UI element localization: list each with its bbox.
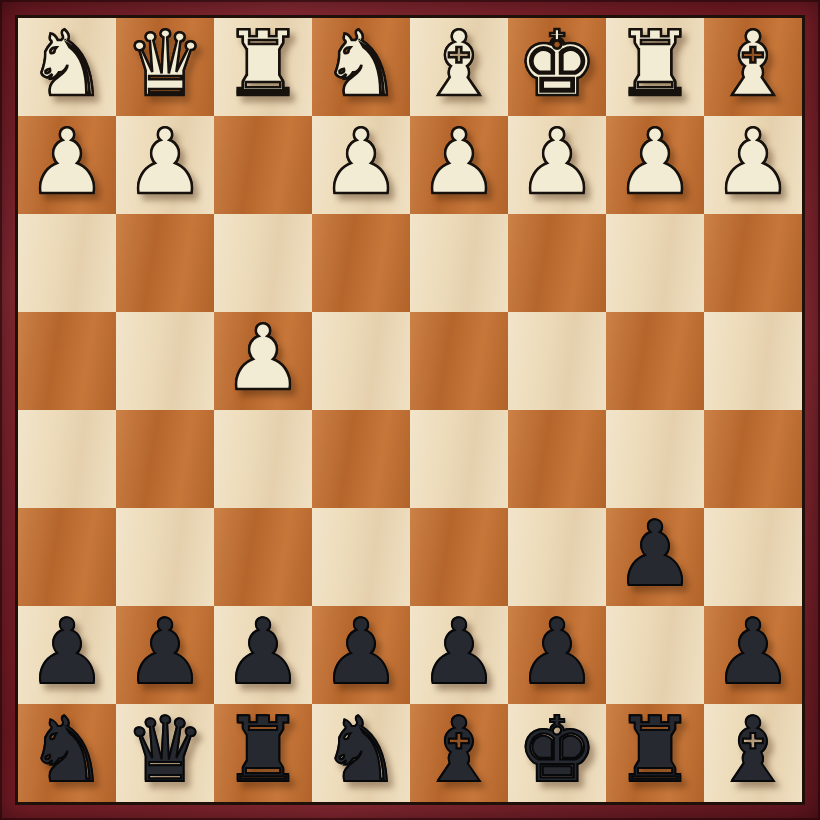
black-pawn[interactable]: ♟ bbox=[419, 607, 500, 697]
white-bishop[interactable]: ♝ bbox=[419, 19, 500, 109]
square-c8[interactable]: ♚ bbox=[508, 704, 606, 802]
square-d2[interactable]: ♟ bbox=[410, 116, 508, 214]
square-f7[interactable]: ♟ bbox=[214, 606, 312, 704]
square-a5[interactable] bbox=[704, 410, 802, 508]
square-e5[interactable] bbox=[312, 410, 410, 508]
square-c2[interactable]: ♟ bbox=[508, 116, 606, 214]
square-h3[interactable] bbox=[18, 214, 116, 312]
square-g7[interactable]: ♟ bbox=[116, 606, 214, 704]
square-g2[interactable]: ♟ bbox=[116, 116, 214, 214]
square-h2[interactable]: ♟ bbox=[18, 116, 116, 214]
square-b2[interactable]: ♟ bbox=[606, 116, 704, 214]
square-h7[interactable]: ♟ bbox=[18, 606, 116, 704]
square-g6[interactable] bbox=[116, 508, 214, 606]
white-pawn[interactable]: ♟ bbox=[713, 117, 794, 207]
white-knight[interactable]: ♞ bbox=[27, 19, 108, 109]
square-f6[interactable] bbox=[214, 508, 312, 606]
square-e1[interactable]: ♞ bbox=[312, 18, 410, 116]
white-pawn[interactable]: ♟ bbox=[419, 117, 500, 207]
square-a8[interactable]: ♝ bbox=[704, 704, 802, 802]
black-queen[interactable]: ♛ bbox=[125, 705, 206, 795]
chess-board-frame: ♞♛♜♞♝♚♜♝♟♟♟♟♟♟♟♟♟♟♟♟♟♟♟♟♞♛♜♞♝♚♜♝ bbox=[0, 0, 820, 820]
black-pawn[interactable]: ♟ bbox=[223, 607, 304, 697]
square-f5[interactable] bbox=[214, 410, 312, 508]
white-pawn[interactable]: ♟ bbox=[615, 117, 696, 207]
square-a7[interactable]: ♟ bbox=[704, 606, 802, 704]
square-f2[interactable] bbox=[214, 116, 312, 214]
black-pawn[interactable]: ♟ bbox=[321, 607, 402, 697]
square-a2[interactable]: ♟ bbox=[704, 116, 802, 214]
square-f4[interactable]: ♟ bbox=[214, 312, 312, 410]
square-b3[interactable] bbox=[606, 214, 704, 312]
square-e7[interactable]: ♟ bbox=[312, 606, 410, 704]
square-b8[interactable]: ♜ bbox=[606, 704, 704, 802]
black-pawn[interactable]: ♟ bbox=[125, 607, 206, 697]
black-pawn[interactable]: ♟ bbox=[27, 607, 108, 697]
white-pawn[interactable]: ♟ bbox=[517, 117, 598, 207]
square-f3[interactable] bbox=[214, 214, 312, 312]
square-c1[interactable]: ♚ bbox=[508, 18, 606, 116]
white-pawn[interactable]: ♟ bbox=[125, 117, 206, 207]
black-king[interactable]: ♚ bbox=[517, 705, 598, 795]
square-e6[interactable] bbox=[312, 508, 410, 606]
square-e4[interactable] bbox=[312, 312, 410, 410]
white-pawn[interactable]: ♟ bbox=[223, 313, 304, 403]
square-e8[interactable]: ♞ bbox=[312, 704, 410, 802]
square-h1[interactable]: ♞ bbox=[18, 18, 116, 116]
square-b6[interactable]: ♟ bbox=[606, 508, 704, 606]
square-e3[interactable] bbox=[312, 214, 410, 312]
square-h8[interactable]: ♞ bbox=[18, 704, 116, 802]
square-g8[interactable]: ♛ bbox=[116, 704, 214, 802]
square-c5[interactable] bbox=[508, 410, 606, 508]
chess-board: ♞♛♜♞♝♚♜♝♟♟♟♟♟♟♟♟♟♟♟♟♟♟♟♟♞♛♜♞♝♚♜♝ bbox=[15, 15, 805, 805]
black-pawn[interactable]: ♟ bbox=[615, 509, 696, 599]
white-rook[interactable]: ♜ bbox=[615, 19, 696, 109]
square-d7[interactable]: ♟ bbox=[410, 606, 508, 704]
white-pawn[interactable]: ♟ bbox=[27, 117, 108, 207]
black-rook[interactable]: ♜ bbox=[615, 705, 696, 795]
square-b5[interactable] bbox=[606, 410, 704, 508]
square-c3[interactable] bbox=[508, 214, 606, 312]
square-g5[interactable] bbox=[116, 410, 214, 508]
black-rook[interactable]: ♜ bbox=[223, 705, 304, 795]
square-d3[interactable] bbox=[410, 214, 508, 312]
square-d8[interactable]: ♝ bbox=[410, 704, 508, 802]
square-a4[interactable] bbox=[704, 312, 802, 410]
square-a3[interactable] bbox=[704, 214, 802, 312]
square-b4[interactable] bbox=[606, 312, 704, 410]
square-e2[interactable]: ♟ bbox=[312, 116, 410, 214]
square-g1[interactable]: ♛ bbox=[116, 18, 214, 116]
white-king[interactable]: ♚ bbox=[517, 19, 598, 109]
chess-board-grid: ♞♛♜♞♝♚♜♝♟♟♟♟♟♟♟♟♟♟♟♟♟♟♟♟♞♛♜♞♝♚♜♝ bbox=[18, 18, 802, 802]
black-knight[interactable]: ♞ bbox=[321, 705, 402, 795]
square-c7[interactable]: ♟ bbox=[508, 606, 606, 704]
black-pawn[interactable]: ♟ bbox=[713, 607, 794, 697]
white-queen[interactable]: ♛ bbox=[125, 19, 206, 109]
square-d5[interactable] bbox=[410, 410, 508, 508]
white-pawn[interactable]: ♟ bbox=[321, 117, 402, 207]
square-c6[interactable] bbox=[508, 508, 606, 606]
white-bishop[interactable]: ♝ bbox=[713, 19, 794, 109]
black-bishop[interactable]: ♝ bbox=[713, 705, 794, 795]
square-h4[interactable] bbox=[18, 312, 116, 410]
black-bishop[interactable]: ♝ bbox=[419, 705, 500, 795]
square-g3[interactable] bbox=[116, 214, 214, 312]
black-pawn[interactable]: ♟ bbox=[517, 607, 598, 697]
square-b1[interactable]: ♜ bbox=[606, 18, 704, 116]
square-h5[interactable] bbox=[18, 410, 116, 508]
square-f1[interactable]: ♜ bbox=[214, 18, 312, 116]
square-a1[interactable]: ♝ bbox=[704, 18, 802, 116]
square-d4[interactable] bbox=[410, 312, 508, 410]
black-knight[interactable]: ♞ bbox=[27, 705, 108, 795]
white-knight[interactable]: ♞ bbox=[321, 19, 402, 109]
square-c4[interactable] bbox=[508, 312, 606, 410]
white-rook[interactable]: ♜ bbox=[223, 19, 304, 109]
square-b7[interactable] bbox=[606, 606, 704, 704]
square-g4[interactable] bbox=[116, 312, 214, 410]
square-f8[interactable]: ♜ bbox=[214, 704, 312, 802]
square-a6[interactable] bbox=[704, 508, 802, 606]
square-d1[interactable]: ♝ bbox=[410, 18, 508, 116]
square-d6[interactable] bbox=[410, 508, 508, 606]
square-h6[interactable] bbox=[18, 508, 116, 606]
